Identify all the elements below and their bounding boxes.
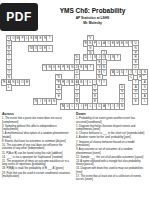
across-clue-list: 1. The event that a particular event doe… (2, 117, 72, 178)
crossword-grid: C1OMPLEMENTV2OR3EPLACEMENTU4NM5ODELNNDNJ… (2, 36, 147, 109)
down-heading: Down (76, 112, 146, 116)
empty-cell (142, 104, 147, 109)
clue-number: 13 (143, 75, 145, 77)
page-author: Mr. Molesky (40, 21, 145, 25)
clue-item: 8. Events that have no outcomes in commo… (2, 140, 72, 143)
clue-item: 11. P(A or B) can be found using this ru… (2, 152, 72, 155)
clue-number: 2 (88, 36, 89, 38)
clue-number: 7 (75, 55, 76, 57)
clue-number: 16 (93, 84, 95, 86)
clue-item: 17. The event that at least one of a col… (76, 175, 146, 182)
clue-item: 18. P(B|A) is read 'the probability of B… (2, 167, 72, 170)
clue-item: 9. Any outcome or set of outcomes of a r… (76, 148, 146, 155)
clue-item: 5. A mathematical description of a rando… (2, 132, 72, 139)
page-title: YMS Ch6: Probability (40, 7, 145, 14)
clue-item: 13. A name affiliated with a triangle bu… (76, 160, 146, 167)
clue-item: 1. The event that a particular event doe… (2, 117, 72, 124)
across-heading: Across (2, 112, 72, 116)
pdf-badge: PDF (0, 3, 38, 31)
clue-number: 6 (102, 50, 103, 52)
clue-number: 17 (120, 84, 122, 86)
clue-number: 10 (43, 65, 45, 67)
clue-number: 5 (29, 46, 30, 48)
title-block: YMS Ch6: Probability AP Statistics at LS… (40, 7, 145, 25)
clue-item: 3. Sampling without this affects indepen… (2, 125, 72, 132)
clue-item: 12. Sample ___: the set of all possible … (76, 156, 146, 159)
clue-number: 4 (134, 41, 135, 43)
clue-number: 19 (61, 104, 63, 106)
clue-item: 14. '___' is not a synonym for 'haphazar… (2, 156, 72, 159)
down-clue-list: 1. Probability of an event given another… (76, 117, 146, 182)
clue-item: 1. Probability of an event given another… (76, 117, 146, 124)
clue-columns: Across 1. The event that a particular ev… (2, 112, 147, 183)
clue-number: 9 (97, 60, 98, 62)
page-subtitle: AP Statistics at LSHS (40, 16, 145, 20)
down-clues: Down 1. Probability of an event given an… (76, 112, 146, 183)
clue-number: 1 (7, 36, 8, 38)
clue-number: 14 (2, 80, 4, 82)
clue-number: 8 (84, 55, 85, 57)
pdf-badge-label: PDF (6, 10, 32, 24)
clue-number: 18 (34, 99, 36, 101)
clue-item: 7. Imitation of chance behavior based on… (76, 141, 146, 148)
clue-item: 2. Diagram that helps illustrate disjoin… (76, 125, 146, 132)
clue-item: 15. The proportion of times an outcome w… (2, 160, 72, 167)
across-clues: Across 1. The event that a particular ev… (2, 112, 72, 183)
clue-item: 16. Diagram with branches used to map ou… (76, 167, 146, 174)
clue-number: 15 (57, 80, 59, 82)
clue-number: 12 (57, 75, 59, 77)
clue-item: 6. Another name for the 'and' probabilit… (76, 136, 146, 139)
clue-item: 19. Rule that can be used in certain con… (2, 172, 72, 179)
clue-number: 11 (111, 70, 113, 72)
clue-item: 10. The outcome of one trial does not in… (2, 144, 72, 151)
clue-number: 3 (84, 41, 85, 43)
